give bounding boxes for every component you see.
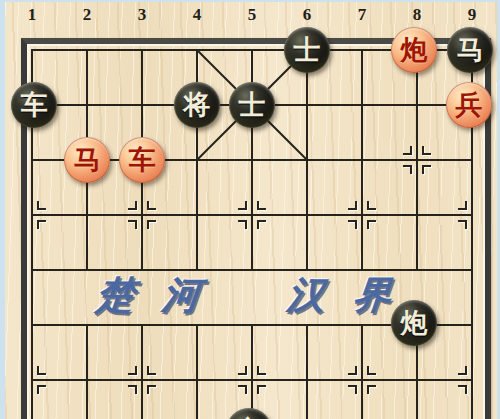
point-marker-corner <box>348 366 357 375</box>
piece-black-士[interactable]: 士 <box>229 82 275 128</box>
river-label-left: 楚河 <box>94 276 230 314</box>
column-label: 7 <box>347 5 377 25</box>
point-marker-corner <box>147 366 156 375</box>
piece-character: 马 <box>74 147 101 174</box>
point-marker <box>403 146 431 174</box>
point-marker-corner <box>403 146 412 155</box>
point-marker-corner <box>128 201 137 210</box>
point-marker-corner <box>238 366 247 375</box>
point-marker-corner <box>348 201 357 210</box>
piece-black-马[interactable]: 马 <box>447 27 493 73</box>
point-marker <box>348 201 376 229</box>
point-marker <box>458 201 486 229</box>
point-marker-corner <box>257 366 266 375</box>
grid-line <box>306 324 308 419</box>
piece-black-炮[interactable]: 炮 <box>391 300 437 346</box>
column-label: 6 <box>292 5 322 25</box>
grid-line <box>361 49 363 271</box>
point-marker-corner <box>458 201 467 210</box>
point-marker-corner <box>238 201 247 210</box>
point-marker-corner <box>257 201 266 210</box>
point-marker-corner <box>458 385 467 394</box>
point-marker-corner <box>348 220 357 229</box>
column-label: 8 <box>402 5 432 25</box>
point-marker <box>128 366 156 394</box>
point-marker-corner <box>458 220 467 229</box>
point-marker-corner <box>403 165 412 174</box>
piece-character: 炮 <box>401 310 428 337</box>
piece-red-车[interactable]: 车 <box>119 137 165 183</box>
point-marker <box>238 366 266 394</box>
point-marker-corner <box>147 220 156 229</box>
point-marker-corner <box>348 385 357 394</box>
piece-character: 马 <box>457 37 484 64</box>
column-label: 2 <box>72 5 102 25</box>
point-marker <box>458 366 486 394</box>
point-marker-corner <box>37 220 46 229</box>
point-marker-corner <box>147 201 156 210</box>
point-marker <box>348 366 376 394</box>
point-marker-corner <box>367 385 376 394</box>
point-marker-corner <box>128 220 137 229</box>
grid-line <box>196 324 198 419</box>
point-marker-corner <box>458 366 467 375</box>
point-marker <box>18 366 46 394</box>
point-marker <box>238 201 266 229</box>
piece-black-车[interactable]: 车 <box>11 82 57 128</box>
piece-character: 将 <box>184 92 211 119</box>
point-marker-corner <box>257 220 266 229</box>
column-label: 1 <box>17 5 47 25</box>
point-marker-corner <box>128 385 137 394</box>
piece-black-士[interactable]: 士 <box>284 27 330 73</box>
point-marker-corner <box>238 385 247 394</box>
point-marker <box>128 201 156 229</box>
grid-line <box>86 324 88 419</box>
piece-red-马[interactable]: 马 <box>64 137 110 183</box>
point-marker-corner <box>257 385 266 394</box>
point-marker-corner <box>37 201 46 210</box>
piece-character: 炮 <box>401 37 428 64</box>
point-marker-corner <box>147 385 156 394</box>
point-marker-corner <box>37 366 46 375</box>
xiangqi-app-window: 123456789 楚河 汉界 士炮马车将士兵马车炮卒 <box>0 0 500 419</box>
point-marker-corner <box>367 366 376 375</box>
piece-character: 士 <box>294 37 321 64</box>
point-marker-corner <box>367 201 376 210</box>
column-label: 9 <box>457 5 487 25</box>
point-marker-corner <box>37 385 46 394</box>
piece-black-将[interactable]: 将 <box>174 82 220 128</box>
piece-red-炮[interactable]: 炮 <box>391 27 437 73</box>
point-marker-corner <box>238 220 247 229</box>
point-marker-corner <box>422 165 431 174</box>
piece-character: 兵 <box>456 92 483 119</box>
point-marker-corner <box>367 220 376 229</box>
point-marker <box>18 201 46 229</box>
piece-character: 车 <box>129 147 156 174</box>
piece-red-兵[interactable]: 兵 <box>446 82 492 128</box>
point-marker-corner <box>128 366 137 375</box>
point-marker-corner <box>422 146 431 155</box>
piece-character: 车 <box>21 92 48 119</box>
column-label: 4 <box>182 5 212 25</box>
piece-character: 士 <box>239 92 266 119</box>
column-label: 5 <box>237 5 267 25</box>
column-label: 3 <box>127 5 157 25</box>
